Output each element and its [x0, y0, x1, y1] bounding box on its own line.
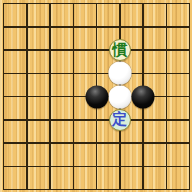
- grid-line-vertical: [189, 3, 191, 191]
- grid-line-horizontal: [3, 166, 191, 168]
- grid-line-horizontal: [3, 119, 191, 121]
- move-choice-label: 慣: [112, 43, 127, 58]
- white-stone: [108, 85, 131, 108]
- grid-line-horizontal: [3, 189, 191, 191]
- black-stone: [132, 85, 155, 108]
- move-choice-label: 定: [112, 112, 127, 127]
- move-choice-marker[interactable]: 定: [109, 109, 131, 131]
- grid-line-vertical: [166, 3, 168, 191]
- move-choice-marker[interactable]: 慣: [109, 39, 131, 61]
- grid-line-horizontal: [3, 142, 191, 144]
- app-screen: 慣定: [0, 0, 192, 192]
- go-board[interactable]: 慣定: [0, 0, 192, 192]
- white-stone: [108, 62, 131, 85]
- black-stone: [85, 85, 108, 108]
